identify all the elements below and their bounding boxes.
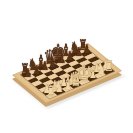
board-grid xyxy=(19,47,115,99)
chess-board xyxy=(12,43,122,103)
product-photo-canvas: ♜♞♝♛♚♝♞♜♟♟♟♟♟♟♟♟♟♟♟♟♟♟♟♟♜♞♝♛♚♝♞♜ xyxy=(0,0,133,133)
